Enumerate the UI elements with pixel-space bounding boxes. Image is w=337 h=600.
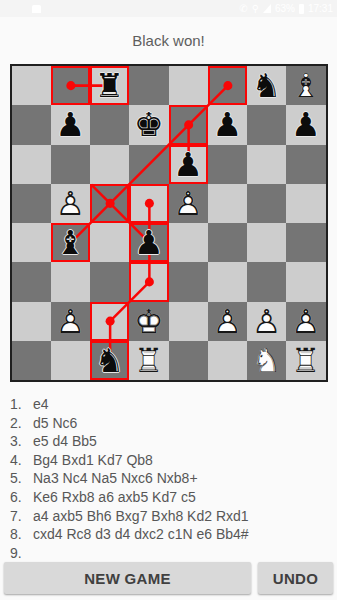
move-number: 5. bbox=[10, 469, 30, 488]
square-e6[interactable]: ♟ bbox=[169, 145, 208, 184]
square-e8[interactable] bbox=[169, 66, 208, 105]
vibrate-icon: ⚲ bbox=[252, 4, 259, 14]
square-f6[interactable] bbox=[208, 145, 247, 184]
black-pawn: ♟ bbox=[51, 105, 90, 144]
new-game-button[interactable]: NEW GAME bbox=[4, 562, 251, 594]
square-a2[interactable] bbox=[12, 302, 51, 341]
square-g7[interactable] bbox=[247, 105, 286, 144]
move-number: 9. bbox=[10, 544, 30, 563]
square-g4[interactable] bbox=[247, 223, 286, 262]
move-text: Ke6 Rxb8 a6 axb5 Kd7 c5 bbox=[30, 488, 196, 507]
square-h1[interactable]: ♜♖ bbox=[286, 341, 325, 380]
square-d1[interactable]: ♜♖ bbox=[129, 341, 168, 380]
move-line: 6.Ke6 Rxb8 a6 axb5 Kd7 c5 bbox=[10, 488, 327, 507]
black-pawn: ♟ bbox=[286, 105, 325, 144]
square-h2[interactable]: ♟♙ bbox=[286, 302, 325, 341]
battery-percent: 63% bbox=[275, 4, 295, 14]
black-rook: ♜ bbox=[90, 66, 129, 105]
square-g5[interactable] bbox=[247, 184, 286, 223]
white-knight: ♞♘ bbox=[247, 341, 286, 380]
square-c1[interactable]: ♞ bbox=[90, 341, 129, 380]
black-bishop: ♝ bbox=[51, 223, 90, 262]
square-b7[interactable]: ♟ bbox=[51, 105, 90, 144]
move-line: 7.a4 axb5 Bh6 Bxg7 Bxh8 Kd2 Rxd1 bbox=[10, 507, 327, 526]
square-h7[interactable]: ♟ bbox=[286, 105, 325, 144]
move-number: 8. bbox=[10, 525, 30, 544]
status-bar: ✆ ⚲ 63% 17:31 bbox=[0, 0, 337, 17]
square-f7[interactable]: ♟ bbox=[208, 105, 247, 144]
square-g3[interactable] bbox=[247, 262, 286, 301]
square-f2[interactable]: ♟♙ bbox=[208, 302, 247, 341]
square-c7[interactable] bbox=[90, 105, 129, 144]
square-c5[interactable] bbox=[90, 184, 129, 223]
black-knight: ♞ bbox=[90, 341, 129, 380]
battery-icon bbox=[299, 4, 304, 14]
square-g8[interactable]: ♞ bbox=[247, 66, 286, 105]
square-c6[interactable] bbox=[90, 145, 129, 184]
move-line: 9. bbox=[10, 544, 327, 563]
move-number: 7. bbox=[10, 507, 30, 526]
square-c2[interactable] bbox=[90, 302, 129, 341]
black-pawn: ♟ bbox=[169, 145, 208, 184]
move-text: Bg4 Bxd1 Kd7 Qb8 bbox=[30, 451, 153, 470]
undo-button[interactable]: UNDO bbox=[258, 562, 333, 594]
button-row: NEW GAME UNDO bbox=[0, 562, 337, 594]
square-e4[interactable] bbox=[169, 223, 208, 262]
title-bar: Black won! bbox=[0, 17, 337, 64]
call-icon: ✆ bbox=[239, 4, 247, 14]
game-result-title: Black won! bbox=[132, 32, 205, 49]
square-a7[interactable] bbox=[12, 105, 51, 144]
move-line: 5.Na3 Nc4 Na5 Nxc6 Nxb8+ bbox=[10, 469, 327, 488]
move-text: Na3 Nc4 Na5 Nxc6 Nxb8+ bbox=[30, 469, 198, 488]
black-knight: ♞ bbox=[247, 66, 286, 105]
move-text: e5 d4 Bb5 bbox=[30, 432, 97, 451]
square-f5[interactable] bbox=[208, 184, 247, 223]
square-h4[interactable] bbox=[286, 223, 325, 262]
move-number: 2. bbox=[10, 414, 30, 433]
square-e2[interactable] bbox=[169, 302, 208, 341]
square-b3[interactable] bbox=[51, 262, 90, 301]
square-h3[interactable] bbox=[286, 262, 325, 301]
square-c8[interactable]: ♜ bbox=[90, 66, 129, 105]
square-h5[interactable] bbox=[286, 184, 325, 223]
move-number: 4. bbox=[10, 451, 30, 470]
square-h8[interactable]: ♝♗ bbox=[286, 66, 325, 105]
white-bishop: ♝♗ bbox=[286, 66, 325, 105]
move-text bbox=[30, 544, 33, 563]
signal-icon bbox=[263, 4, 271, 13]
move-text: a4 axb5 Bh6 Bxg7 Bxh8 Kd2 Rxd1 bbox=[30, 507, 249, 526]
white-king: ♚♔ bbox=[129, 302, 168, 341]
square-c3[interactable] bbox=[90, 262, 129, 301]
white-pawn: ♟♙ bbox=[247, 302, 286, 341]
white-rook: ♜♖ bbox=[286, 341, 325, 380]
square-a5[interactable] bbox=[12, 184, 51, 223]
square-e1[interactable] bbox=[169, 341, 208, 380]
square-a8[interactable] bbox=[12, 66, 51, 105]
square-d8[interactable] bbox=[129, 66, 168, 105]
square-a6[interactable] bbox=[12, 145, 51, 184]
square-d7[interactable]: ♚ bbox=[129, 105, 168, 144]
square-b1[interactable] bbox=[51, 341, 90, 380]
square-d5[interactable] bbox=[129, 184, 168, 223]
square-b6[interactable] bbox=[51, 145, 90, 184]
square-g2[interactable]: ♟♙ bbox=[247, 302, 286, 341]
white-pawn: ♟♙ bbox=[51, 302, 90, 341]
app-screen: ✆ ⚲ 63% 17:31 Black won! ♜♞♝♗♟♚♟♟♟♟♙♟♙♝♟… bbox=[0, 0, 337, 600]
move-text: e4 bbox=[30, 395, 49, 414]
square-b2[interactable]: ♟♙ bbox=[51, 302, 90, 341]
square-e3[interactable] bbox=[169, 262, 208, 301]
square-h6[interactable] bbox=[286, 145, 325, 184]
square-b5[interactable]: ♟♙ bbox=[51, 184, 90, 223]
square-d6[interactable] bbox=[129, 145, 168, 184]
square-g6[interactable] bbox=[247, 145, 286, 184]
square-b8[interactable] bbox=[51, 66, 90, 105]
square-d2[interactable]: ♚♔ bbox=[129, 302, 168, 341]
white-pawn: ♟♙ bbox=[286, 302, 325, 341]
white-pawn: ♟♙ bbox=[169, 184, 208, 223]
square-a1[interactable] bbox=[12, 341, 51, 380]
move-line: 3.e5 d4 Bb5 bbox=[10, 432, 327, 451]
move-line: 2.d5 Nc6 bbox=[10, 414, 327, 433]
move-line: 1.e4 bbox=[10, 395, 327, 414]
white-pawn: ♟♙ bbox=[208, 302, 247, 341]
square-e5[interactable]: ♟♙ bbox=[169, 184, 208, 223]
white-rook: ♜♖ bbox=[129, 341, 168, 380]
black-pawn: ♟ bbox=[129, 223, 168, 262]
square-d3[interactable] bbox=[129, 262, 168, 301]
square-e7[interactable] bbox=[169, 105, 208, 144]
square-g1[interactable]: ♞♘ bbox=[247, 341, 286, 380]
move-number: 6. bbox=[10, 488, 30, 507]
square-f1[interactable] bbox=[208, 341, 247, 380]
square-a3[interactable] bbox=[12, 262, 51, 301]
move-line: 8.cxd4 Rc8 d3 d4 dxc2 c1N e6 Bb4# bbox=[10, 525, 327, 544]
notification-icon bbox=[32, 5, 41, 13]
move-number: 1. bbox=[10, 395, 30, 414]
square-c4[interactable] bbox=[90, 223, 129, 262]
move-text: d5 Nc6 bbox=[30, 414, 77, 433]
move-number: 3. bbox=[10, 432, 30, 451]
square-f8[interactable] bbox=[208, 66, 247, 105]
move-text: cxd4 Rc8 d3 d4 dxc2 c1N e6 Bb4# bbox=[30, 525, 249, 544]
chess-board: ♜♞♝♗♟♚♟♟♟♟♙♟♙♝♟♟♙♚♔♟♙♟♙♟♙♞♜♖♞♘♜♖ bbox=[10, 64, 328, 382]
move-line: 4.Bg4 Bxd1 Kd7 Qb8 bbox=[10, 451, 327, 470]
square-a4[interactable] bbox=[12, 223, 51, 262]
clock-text: 17:31 bbox=[308, 4, 333, 14]
square-f3[interactable] bbox=[208, 262, 247, 301]
square-d4[interactable]: ♟ bbox=[129, 223, 168, 262]
black-king: ♚ bbox=[129, 105, 168, 144]
move-list: 1.e42.d5 Nc63.e5 d4 Bb54.Bg4 Bxd1 Kd7 Qb… bbox=[0, 395, 337, 562]
square-b4[interactable]: ♝ bbox=[51, 223, 90, 262]
square-f4[interactable] bbox=[208, 223, 247, 262]
black-pawn: ♟ bbox=[208, 105, 247, 144]
white-pawn: ♟♙ bbox=[51, 184, 90, 223]
